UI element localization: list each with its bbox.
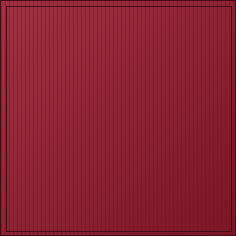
chess-board <box>7 7 231 231</box>
board-frame <box>0 0 236 236</box>
